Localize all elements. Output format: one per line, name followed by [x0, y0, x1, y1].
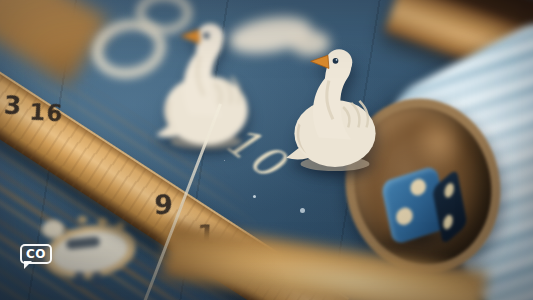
motif-dot	[116, 222, 125, 229]
die-pip	[409, 177, 428, 198]
rim-number-3: 3	[3, 90, 22, 120]
die-pip	[395, 205, 415, 227]
blue-die[interactable]	[381, 162, 466, 251]
goose-game-photo: 10 3 16 9 1	[0, 0, 533, 300]
painted-goose-motif-bottom-left	[40, 216, 150, 296]
goose-pawn-right[interactable]	[282, 40, 388, 172]
motif-goose-foot	[73, 271, 86, 287]
motif-goose-head	[42, 220, 64, 238]
rim-number-16: 16	[29, 99, 64, 127]
motif-dot	[78, 216, 87, 223]
die-pip	[443, 180, 455, 200]
goose-pawn-left[interactable]	[150, 14, 262, 150]
motif-dot	[98, 218, 107, 225]
rim-number-9: 9	[153, 189, 173, 221]
die-pip	[442, 212, 454, 232]
watermark-badge: CO	[20, 244, 52, 264]
motif-goose-foot	[91, 271, 103, 286]
